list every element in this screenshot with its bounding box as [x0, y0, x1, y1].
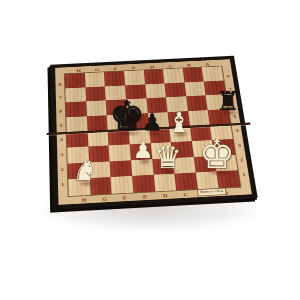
product-photo-scene: HGFEDCBA HGFEDCBA 87654321 87654321 Made…	[0, 0, 300, 300]
pieces-layer: ♜♚♟♝♟♛♚♞	[0, 0, 300, 300]
rank-label-2: 2	[57, 162, 67, 178]
rank-label-3: 3	[57, 147, 67, 162]
square-f3[interactable]	[109, 144, 131, 161]
square-b7[interactable]	[184, 81, 206, 96]
piece-black-king-e5[interactable]: ♚	[109, 95, 145, 135]
rank-label-8: 8	[223, 69, 234, 83]
file-label-d: D	[155, 191, 176, 199]
piece-white-bishop-c5[interactable]: ♝	[167, 109, 191, 136]
piece-black-pawn-d5[interactable]: ♟	[142, 111, 163, 134]
square-g6[interactable]	[86, 101, 107, 117]
rank-label-6: 6	[56, 104, 65, 118]
square-f1[interactable]	[111, 176, 134, 194]
square-c1[interactable]	[174, 173, 197, 191]
square-g4[interactable]	[87, 130, 109, 146]
file-label-c: C	[175, 190, 196, 198]
piece-black-rook-a6[interactable]: ♜	[216, 88, 239, 114]
rank-label-5: 5	[56, 118, 65, 133]
square-e8[interactable]	[124, 70, 145, 85]
piece-white-knight-g2[interactable]: ♞	[72, 157, 97, 185]
square-h7[interactable]	[65, 87, 86, 102]
rank-label-2: 2	[236, 152, 247, 167]
square-f8[interactable]	[104, 71, 125, 86]
square-f2[interactable]	[110, 160, 132, 177]
square-b8[interactable]	[182, 67, 203, 82]
square-d7[interactable]	[145, 83, 166, 98]
piece-white-pawn-e3[interactable]: ♟	[133, 139, 154, 162]
square-d8[interactable]	[143, 69, 164, 84]
piece-white-queen-d3[interactable]: ♛	[154, 142, 182, 173]
piece-white-king-b3[interactable]: ♚	[199, 134, 235, 174]
square-c7[interactable]	[164, 82, 186, 97]
file-label-f: F	[115, 193, 136, 201]
square-e1[interactable]	[132, 175, 155, 193]
square-h6[interactable]	[66, 102, 87, 118]
file-label-h: H	[74, 196, 95, 204]
square-h8[interactable]	[65, 73, 85, 88]
square-h4[interactable]	[67, 131, 88, 147]
square-g7[interactable]	[85, 86, 106, 101]
rank-label-4: 4	[57, 132, 66, 147]
rank-label-8: 8	[55, 78, 64, 92]
rank-label-7: 7	[56, 91, 65, 105]
square-a8[interactable]	[202, 66, 224, 81]
rank-label-1: 1	[238, 167, 250, 183]
rank-label-3: 3	[234, 138, 245, 153]
square-c8[interactable]	[163, 68, 184, 83]
rank-label-1: 1	[58, 177, 68, 193]
file-label-g: G	[94, 194, 115, 202]
square-g8[interactable]	[85, 72, 106, 87]
file-label-e: E	[135, 192, 156, 200]
square-d1[interactable]	[153, 174, 176, 192]
